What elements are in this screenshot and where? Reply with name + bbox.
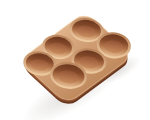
muffin-pan-scene	[0, 0, 150, 120]
product-photo	[0, 0, 150, 120]
